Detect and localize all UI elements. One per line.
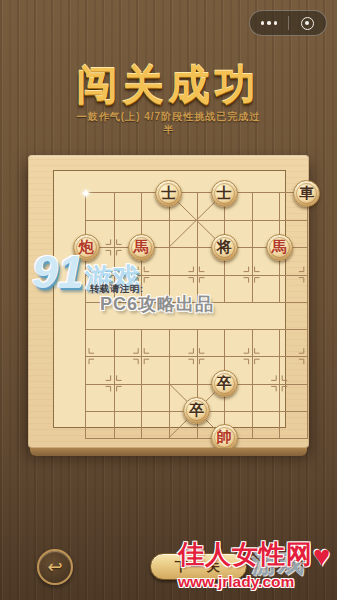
target-circle-icon [301, 17, 314, 30]
page-title: 闯关成功 [0, 58, 337, 113]
xiangqi-piece-black[interactable]: 士 [155, 180, 182, 207]
xiangqi-piece-black[interactable]: 士 [211, 180, 238, 207]
xiangqi-piece-red[interactable]: 炮 [73, 234, 100, 261]
back-button[interactable]: ↩ [37, 549, 73, 585]
watermark-credit-big: PC6攻略出品 [100, 292, 214, 316]
next-level-button[interactable]: 下一关 [150, 553, 247, 580]
watermark-site-bg: 游戏 [252, 546, 304, 581]
subtitle-line2: 半 [0, 123, 337, 137]
xiangqi-piece-black[interactable]: 車 [293, 180, 320, 207]
xiangqi-piece-black[interactable]: 卒 [183, 397, 210, 424]
xiangqi-piece-black[interactable]: 将 [211, 234, 238, 261]
xiangqi-piece-red[interactable]: 馬 [128, 234, 155, 261]
status-capsule [249, 10, 327, 36]
close-button[interactable] [289, 11, 327, 35]
last-move-marker: ✦ [79, 186, 94, 201]
app-screen: 闯关成功 一鼓作气(上) 4/7阶段性挑战已完成过 半 士士車炮馬将馬卒卒帥✦ … [0, 0, 337, 600]
xiangqi-piece-red[interactable]: 馬 [266, 234, 293, 261]
ellipsis-icon [261, 21, 278, 25]
xiangqi-piece-red[interactable]: 帥 [211, 424, 238, 451]
xiangqi-piece-black[interactable]: 卒 [211, 370, 238, 397]
subtitle: 一鼓作气(上) 4/7阶段性挑战已完成过 [0, 110, 337, 124]
more-button[interactable] [250, 11, 288, 35]
return-arrow-icon: ↩ [47, 556, 62, 578]
heart-icon: ♥ [313, 540, 330, 572]
